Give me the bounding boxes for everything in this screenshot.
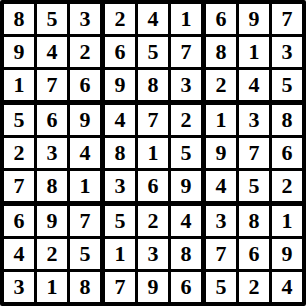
cell-r7c4: 5 <box>103 204 135 236</box>
cell-r4c8: 3 <box>239 103 269 135</box>
cell-r2c6: 7 <box>171 37 201 67</box>
cell-r3c2: 7 <box>37 70 67 100</box>
cell-r1c8: 9 <box>239 4 269 34</box>
cell-r2c9: 3 <box>272 37 302 67</box>
cell-r7c5: 2 <box>138 204 168 236</box>
cell-r4c2: 6 <box>37 103 67 135</box>
cell-r3c8: 4 <box>239 70 269 100</box>
cell-r8c9: 9 <box>272 239 302 269</box>
cell-r3c7: 2 <box>204 70 236 100</box>
cell-r8c6: 8 <box>171 239 201 269</box>
sudoku-board: 8532416979426578131769832455694721382348… <box>0 0 306 306</box>
cell-r6c4: 3 <box>103 171 135 201</box>
cell-r9c1: 3 <box>4 272 34 302</box>
cell-r8c4: 1 <box>103 239 135 269</box>
cell-r4c7: 1 <box>204 103 236 135</box>
cell-r9c7: 5 <box>204 272 236 302</box>
cell-r6c6: 9 <box>171 171 201 201</box>
cell-r5c3: 4 <box>70 138 100 168</box>
cell-r6c7: 4 <box>204 171 236 201</box>
cell-r8c8: 6 <box>239 239 269 269</box>
cell-r8c2: 2 <box>37 239 67 269</box>
cell-r3c1: 1 <box>4 70 34 100</box>
cell-r6c5: 6 <box>138 171 168 201</box>
cell-r8c1: 4 <box>4 239 34 269</box>
cell-r7c9: 1 <box>272 204 302 236</box>
cell-r2c3: 2 <box>70 37 100 67</box>
cell-r2c4: 6 <box>103 37 135 67</box>
cell-r5c8: 7 <box>239 138 269 168</box>
cell-r3c5: 8 <box>138 70 168 100</box>
cell-r1c6: 1 <box>171 4 201 34</box>
cell-r5c4: 8 <box>103 138 135 168</box>
cell-r4c4: 4 <box>103 103 135 135</box>
cell-r5c5: 1 <box>138 138 168 168</box>
cell-r2c7: 8 <box>204 37 236 67</box>
cell-r7c3: 7 <box>70 204 100 236</box>
cell-r8c5: 3 <box>138 239 168 269</box>
cell-r6c8: 5 <box>239 171 269 201</box>
cell-r9c5: 9 <box>138 272 168 302</box>
cell-r3c4: 9 <box>103 70 135 100</box>
cell-r1c7: 6 <box>204 4 236 34</box>
cell-r3c9: 5 <box>272 70 302 100</box>
cell-r6c2: 8 <box>37 171 67 201</box>
cell-r5c7: 9 <box>204 138 236 168</box>
cell-r5c6: 5 <box>171 138 201 168</box>
cell-r2c8: 1 <box>239 37 269 67</box>
cell-r1c4: 2 <box>103 4 135 34</box>
cell-r7c1: 6 <box>4 204 34 236</box>
cell-r2c1: 9 <box>4 37 34 67</box>
cell-r2c2: 4 <box>37 37 67 67</box>
cell-r6c9: 2 <box>272 171 302 201</box>
cell-r4c3: 9 <box>70 103 100 135</box>
cell-r3c3: 6 <box>70 70 100 100</box>
cell-r1c9: 7 <box>272 4 302 34</box>
cell-r1c1: 8 <box>4 4 34 34</box>
cell-r5c9: 6 <box>272 138 302 168</box>
cell-r9c9: 4 <box>272 272 302 302</box>
cell-r9c3: 8 <box>70 272 100 302</box>
cell-r7c2: 9 <box>37 204 67 236</box>
cell-r5c2: 3 <box>37 138 67 168</box>
cell-r3c6: 3 <box>171 70 201 100</box>
cell-r7c8: 8 <box>239 204 269 236</box>
cell-r1c5: 4 <box>138 4 168 34</box>
cell-r5c1: 2 <box>4 138 34 168</box>
cell-r4c5: 7 <box>138 103 168 135</box>
cell-r8c3: 5 <box>70 239 100 269</box>
cell-r6c1: 7 <box>4 171 34 201</box>
cell-r6c3: 1 <box>70 171 100 201</box>
cell-r9c4: 7 <box>103 272 135 302</box>
cell-r9c2: 1 <box>37 272 67 302</box>
cell-r7c6: 4 <box>171 204 201 236</box>
cell-r9c6: 6 <box>171 272 201 302</box>
cell-r4c1: 5 <box>4 103 34 135</box>
cell-r7c7: 3 <box>204 204 236 236</box>
cell-r4c6: 2 <box>171 103 201 135</box>
cell-r1c2: 5 <box>37 4 67 34</box>
cell-r8c7: 7 <box>204 239 236 269</box>
cell-r1c3: 3 <box>70 4 100 34</box>
cell-r9c8: 2 <box>239 272 269 302</box>
cell-r4c9: 8 <box>272 103 302 135</box>
cell-r2c5: 5 <box>138 37 168 67</box>
